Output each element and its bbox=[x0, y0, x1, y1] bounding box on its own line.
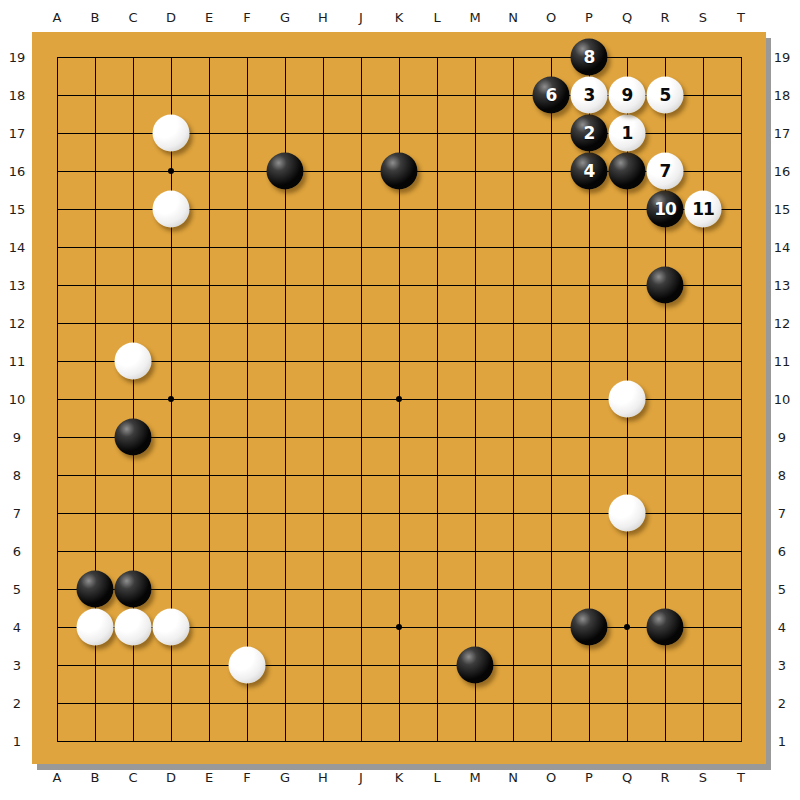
move-number: 4 bbox=[584, 163, 595, 180]
coord-label-bottom-M: M bbox=[469, 771, 480, 784]
stone-white-Q10[interactable] bbox=[609, 381, 646, 418]
stone-black-R13[interactable] bbox=[647, 267, 684, 304]
stone-black-P17[interactable]: 2 bbox=[571, 115, 608, 152]
coord-label-bottom-B: B bbox=[91, 771, 100, 784]
coord-label-right-15: 15 bbox=[774, 203, 791, 216]
coord-label-top-A: A bbox=[53, 11, 62, 24]
coord-label-top-J: J bbox=[359, 11, 363, 24]
coord-label-top-C: C bbox=[128, 11, 137, 24]
stone-black-G16[interactable] bbox=[267, 153, 304, 190]
coord-label-left-11: 11 bbox=[9, 355, 26, 368]
coord-label-bottom-L: L bbox=[433, 771, 440, 784]
coord-label-right-16: 16 bbox=[774, 165, 791, 178]
stone-white-R16[interactable]: 7 bbox=[647, 153, 684, 190]
coord-label-right-17: 17 bbox=[774, 127, 791, 140]
coord-label-left-8: 8 bbox=[13, 469, 21, 482]
coord-label-left-17: 17 bbox=[9, 127, 26, 140]
coord-label-right-8: 8 bbox=[778, 469, 786, 482]
coord-label-left-16: 16 bbox=[9, 165, 26, 178]
grid-line-vertical bbox=[513, 57, 514, 742]
star-point-D16 bbox=[168, 168, 174, 174]
coord-label-left-12: 12 bbox=[9, 317, 26, 330]
coord-label-left-1: 1 bbox=[13, 735, 21, 748]
coord-label-top-T: T bbox=[737, 11, 745, 24]
coord-label-top-D: D bbox=[166, 11, 176, 24]
coord-label-top-H: H bbox=[318, 11, 328, 24]
coord-label-bottom-O: O bbox=[546, 771, 556, 784]
grid-line-horizontal bbox=[57, 665, 742, 666]
grid-line-vertical bbox=[437, 57, 438, 742]
coord-label-top-R: R bbox=[660, 11, 669, 24]
coord-label-right-10: 10 bbox=[774, 393, 791, 406]
stone-white-Q17[interactable]: 1 bbox=[609, 115, 646, 152]
grid-line-vertical bbox=[551, 57, 552, 742]
stone-black-Q16[interactable] bbox=[609, 153, 646, 190]
coord-label-left-19: 19 bbox=[9, 51, 26, 64]
stone-black-P4[interactable] bbox=[571, 609, 608, 646]
move-number: 8 bbox=[584, 49, 595, 66]
stone-white-C11[interactable] bbox=[115, 343, 152, 380]
coord-label-top-E: E bbox=[205, 11, 213, 24]
coord-label-bottom-E: E bbox=[205, 771, 213, 784]
stone-black-P16[interactable]: 4 bbox=[571, 153, 608, 190]
coord-label-top-S: S bbox=[699, 11, 707, 24]
coord-label-top-M: M bbox=[469, 11, 480, 24]
move-number: 6 bbox=[546, 87, 557, 104]
coord-label-left-5: 5 bbox=[13, 583, 21, 596]
grid-line-vertical bbox=[475, 57, 476, 742]
coord-label-top-O: O bbox=[546, 11, 556, 24]
coord-label-left-7: 7 bbox=[13, 507, 21, 520]
grid-line-horizontal bbox=[57, 589, 742, 590]
stone-black-K16[interactable] bbox=[381, 153, 418, 190]
move-number: 11 bbox=[692, 201, 714, 218]
stone-black-C5[interactable] bbox=[115, 571, 152, 608]
coord-label-bottom-C: C bbox=[128, 771, 137, 784]
stone-black-M3[interactable] bbox=[457, 647, 494, 684]
coord-label-top-F: F bbox=[243, 11, 250, 24]
stone-white-D4[interactable] bbox=[153, 609, 190, 646]
stone-black-B5[interactable] bbox=[77, 571, 114, 608]
coord-label-right-9: 9 bbox=[778, 431, 786, 444]
star-point-D10 bbox=[168, 396, 174, 402]
coord-label-top-K: K bbox=[395, 11, 404, 24]
coord-label-bottom-T: T bbox=[737, 771, 745, 784]
grid-line-horizontal bbox=[57, 437, 742, 438]
stone-black-C9[interactable] bbox=[115, 419, 152, 456]
coord-label-bottom-K: K bbox=[395, 771, 404, 784]
coord-label-left-15: 15 bbox=[9, 203, 26, 216]
coord-label-right-1: 1 bbox=[778, 735, 786, 748]
coord-label-right-19: 19 bbox=[774, 51, 791, 64]
grid-line-horizontal bbox=[57, 475, 742, 476]
move-number: 10 bbox=[654, 201, 676, 218]
stone-white-D15[interactable] bbox=[153, 191, 190, 228]
stone-white-F3[interactable] bbox=[229, 647, 266, 684]
stone-black-R4[interactable] bbox=[647, 609, 684, 646]
coord-label-left-4: 4 bbox=[13, 621, 21, 634]
move-number: 5 bbox=[660, 87, 671, 104]
coord-label-right-6: 6 bbox=[778, 545, 786, 558]
coord-label-top-L: L bbox=[433, 11, 440, 24]
coord-label-bottom-S: S bbox=[699, 771, 707, 784]
coord-label-right-2: 2 bbox=[778, 697, 786, 710]
coord-label-bottom-J: J bbox=[359, 771, 363, 784]
coord-label-bottom-H: H bbox=[318, 771, 328, 784]
coord-label-bottom-F: F bbox=[243, 771, 250, 784]
coord-label-right-7: 7 bbox=[778, 507, 786, 520]
move-number: 1 bbox=[622, 125, 633, 142]
coord-label-right-4: 4 bbox=[778, 621, 786, 634]
coord-label-top-B: B bbox=[91, 11, 100, 24]
stone-white-P18[interactable]: 3 bbox=[571, 77, 608, 114]
coord-label-bottom-N: N bbox=[508, 771, 518, 784]
coord-label-left-2: 2 bbox=[13, 697, 21, 710]
coord-label-right-13: 13 bbox=[774, 279, 791, 292]
coord-label-right-11: 11 bbox=[774, 355, 791, 368]
stone-white-Q18[interactable]: 9 bbox=[609, 77, 646, 114]
coord-label-bottom-P: P bbox=[585, 771, 593, 784]
coord-label-left-14: 14 bbox=[9, 241, 26, 254]
coord-label-right-14: 14 bbox=[774, 241, 791, 254]
star-point-K10 bbox=[396, 396, 402, 402]
coord-label-left-9: 9 bbox=[13, 431, 21, 444]
stone-white-C4[interactable] bbox=[115, 609, 152, 646]
stone-white-R18[interactable]: 5 bbox=[647, 77, 684, 114]
coord-label-right-12: 12 bbox=[774, 317, 791, 330]
coord-label-bottom-R: R bbox=[660, 771, 669, 784]
coord-label-left-6: 6 bbox=[13, 545, 21, 558]
stone-white-D17[interactable] bbox=[153, 115, 190, 152]
stone-white-B4[interactable] bbox=[77, 609, 114, 646]
grid-line-horizontal bbox=[57, 703, 742, 704]
star-point-Q4 bbox=[624, 624, 630, 630]
go-board[interactable]: 6428103197511 bbox=[32, 32, 766, 764]
coord-label-left-3: 3 bbox=[13, 659, 21, 672]
move-number: 9 bbox=[622, 87, 633, 104]
coord-label-bottom-G: G bbox=[280, 771, 290, 784]
star-point-K4 bbox=[396, 624, 402, 630]
coord-label-top-N: N bbox=[508, 11, 518, 24]
move-number: 3 bbox=[584, 87, 595, 104]
coord-label-right-5: 5 bbox=[778, 583, 786, 596]
grid-line-horizontal bbox=[57, 551, 742, 552]
coord-label-bottom-Q: Q bbox=[622, 771, 632, 784]
grid-line-vertical bbox=[703, 57, 704, 742]
coord-label-left-13: 13 bbox=[9, 279, 26, 292]
stone-black-O18[interactable]: 6 bbox=[533, 77, 570, 114]
stone-black-P19[interactable]: 8 bbox=[571, 39, 608, 76]
coord-label-bottom-D: D bbox=[166, 771, 176, 784]
move-number: 2 bbox=[584, 125, 595, 142]
move-number: 7 bbox=[660, 163, 671, 180]
coord-label-right-3: 3 bbox=[778, 659, 786, 672]
stone-white-S15[interactable]: 11 bbox=[685, 191, 722, 228]
coord-label-left-10: 10 bbox=[9, 393, 26, 406]
coord-label-top-P: P bbox=[585, 11, 593, 24]
coord-label-top-Q: Q bbox=[622, 11, 632, 24]
coord-label-top-G: G bbox=[280, 11, 290, 24]
coord-label-right-18: 18 bbox=[774, 89, 791, 102]
coord-label-bottom-A: A bbox=[53, 771, 62, 784]
coord-label-left-18: 18 bbox=[9, 89, 26, 102]
grid-line-horizontal bbox=[57, 741, 742, 742]
grid-line-vertical bbox=[741, 57, 742, 742]
stone-white-Q7[interactable] bbox=[609, 495, 646, 532]
stone-black-R15[interactable]: 10 bbox=[647, 191, 684, 228]
